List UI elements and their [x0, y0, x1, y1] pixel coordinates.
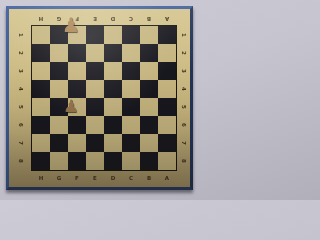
rank-label-left-8: 8 [17, 159, 23, 163]
file-label-top-e: E [93, 15, 97, 21]
square-d2[interactable] [104, 44, 122, 62]
board-grid [31, 25, 177, 171]
square-e4[interactable] [86, 80, 104, 98]
file-label-top-g: G [57, 15, 62, 21]
square-a1[interactable] [158, 26, 176, 44]
square-g7[interactable] [50, 134, 68, 152]
file-label-top-b: B [147, 15, 151, 21]
square-b4[interactable] [140, 80, 158, 98]
square-a7[interactable] [158, 134, 176, 152]
rank-label-right-3: 3 [180, 69, 186, 73]
square-c2[interactable] [122, 44, 140, 62]
file-label-top-c: C [129, 15, 133, 21]
square-b1[interactable] [140, 26, 158, 44]
rank-label-left-4: 4 [17, 87, 23, 91]
square-b3[interactable] [140, 62, 158, 80]
rank-label-left-5: 5 [17, 105, 23, 109]
file-label-top-d: D [111, 15, 116, 21]
square-e2[interactable] [86, 44, 104, 62]
square-c8[interactable] [122, 152, 140, 170]
chessboard: HGFEDCBAHGFEDCBA1234567812345678 ♟♟ [6, 6, 193, 190]
rank-label-left-1: 1 [17, 33, 23, 37]
square-d7[interactable] [104, 134, 122, 152]
rank-label-right-7: 7 [180, 141, 186, 145]
file-label-bottom-g: G [57, 176, 62, 182]
file-label-bottom-c: C [129, 176, 133, 182]
file-label-bottom-a: A [165, 176, 169, 182]
square-a2[interactable] [158, 44, 176, 62]
square-a4[interactable] [158, 80, 176, 98]
square-f7[interactable] [68, 134, 86, 152]
square-f8[interactable] [68, 152, 86, 170]
square-h5[interactable] [32, 98, 50, 116]
rank-label-left-7: 7 [17, 141, 23, 145]
square-a6[interactable] [158, 116, 176, 134]
square-b2[interactable] [140, 44, 158, 62]
rank-label-left-6: 6 [17, 123, 23, 127]
square-b7[interactable] [140, 134, 158, 152]
file-label-bottom-b: B [147, 176, 151, 182]
file-label-top-h: H [39, 15, 44, 21]
square-b5[interactable] [140, 98, 158, 116]
rank-label-right-6: 6 [180, 123, 186, 127]
file-label-top-a: A [165, 15, 169, 21]
square-e6[interactable] [86, 116, 104, 134]
square-g2[interactable] [50, 44, 68, 62]
white-pawn-f5[interactable]: ♟ [63, 96, 78, 116]
square-b8[interactable] [140, 152, 158, 170]
white-pawn-f1[interactable]: ♟ [62, 13, 80, 37]
square-d4[interactable] [104, 80, 122, 98]
square-a5[interactable] [158, 98, 176, 116]
file-label-bottom-e: E [93, 176, 97, 182]
square-a3[interactable] [158, 62, 176, 80]
square-a8[interactable] [158, 152, 176, 170]
square-d3[interactable] [104, 62, 122, 80]
square-h4[interactable] [32, 80, 50, 98]
square-c3[interactable] [122, 62, 140, 80]
square-d5[interactable] [104, 98, 122, 116]
rank-label-left-2: 2 [17, 51, 23, 55]
rank-label-right-8: 8 [180, 159, 186, 163]
rank-label-left-3: 3 [17, 69, 23, 73]
file-label-bottom-f: F [75, 176, 79, 182]
file-label-bottom-d: D [111, 176, 116, 182]
rank-label-right-4: 4 [180, 87, 186, 91]
rank-label-right-2: 2 [180, 51, 186, 55]
square-f2[interactable] [68, 44, 86, 62]
square-h6[interactable] [32, 116, 50, 134]
square-h3[interactable] [32, 62, 50, 80]
square-c5[interactable] [122, 98, 140, 116]
square-e5[interactable] [86, 98, 104, 116]
file-label-bottom-h: H [39, 176, 44, 182]
rank-label-right-1: 1 [180, 33, 186, 37]
square-d8[interactable] [104, 152, 122, 170]
square-f6[interactable] [68, 116, 86, 134]
square-e7[interactable] [86, 134, 104, 152]
square-c7[interactable] [122, 134, 140, 152]
square-g6[interactable] [50, 116, 68, 134]
square-e1[interactable] [86, 26, 104, 44]
square-e8[interactable] [86, 152, 104, 170]
square-f3[interactable] [68, 62, 86, 80]
square-c6[interactable] [122, 116, 140, 134]
square-e3[interactable] [86, 62, 104, 80]
square-h8[interactable] [32, 152, 50, 170]
square-c4[interactable] [122, 80, 140, 98]
square-h2[interactable] [32, 44, 50, 62]
square-h7[interactable] [32, 134, 50, 152]
rank-label-right-5: 5 [180, 105, 186, 109]
square-g8[interactable] [50, 152, 68, 170]
square-d1[interactable] [104, 26, 122, 44]
square-c1[interactable] [122, 26, 140, 44]
square-h1[interactable] [32, 26, 50, 44]
square-b6[interactable] [140, 116, 158, 134]
square-g3[interactable] [50, 62, 68, 80]
square-d6[interactable] [104, 116, 122, 134]
